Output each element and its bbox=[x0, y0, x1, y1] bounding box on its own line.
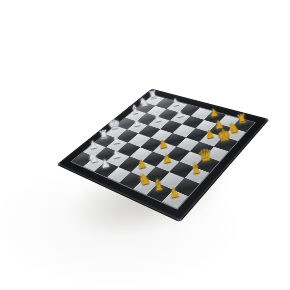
gold-bishop[interactable]: ♝ bbox=[183, 158, 208, 177]
silver-pawn[interactable]: ♟ bbox=[148, 111, 168, 125]
gold-pawn[interactable]: ♟ bbox=[155, 151, 178, 166]
photo-stage: ♜♟♟♜♞♟♟♞♝♟♟♚♟♚♟♛♜♟♟♝♟♟♟♞♟♞♝♟ bbox=[0, 0, 290, 290]
square-r3c2[interactable] bbox=[138, 125, 160, 138]
silver-pawn[interactable]: ♟ bbox=[94, 156, 117, 171]
gold-king[interactable]: ♚ bbox=[212, 126, 236, 146]
square-r7c7[interactable]: ♟ bbox=[162, 189, 189, 208]
silver-bishop[interactable]: ♝ bbox=[125, 102, 145, 117]
